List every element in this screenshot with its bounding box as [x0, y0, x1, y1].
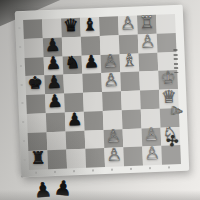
square-f2[interactable] [139, 52, 159, 71]
square-e2[interactable] [139, 71, 159, 90]
square-a3[interactable] [123, 147, 143, 166]
black-q-piece-h6[interactable]: ♛ [63, 17, 79, 35]
square-c5[interactable] [84, 111, 104, 130]
white-p-piece-b2[interactable]: ♙ [143, 126, 159, 144]
board-logo-icon: ✣ [165, 132, 179, 151]
square-h6[interactable]: ♛ [61, 18, 81, 37]
white-p-piece-b4[interactable]: ♙ [105, 128, 121, 146]
square-c3[interactable] [122, 109, 142, 128]
black-p-piece-e7[interactable]: ♟ [46, 74, 62, 92]
square-e5[interactable] [82, 73, 102, 92]
square-d8[interactable] [26, 94, 46, 113]
square-c7[interactable] [46, 112, 66, 131]
table-edge-shadow [0, 190, 200, 200]
square-h1[interactable] [156, 14, 176, 33]
square-h5[interactable]: ♝ [80, 17, 100, 36]
black-p-piece-f5[interactable]: ♟ [83, 53, 99, 71]
square-d5[interactable] [83, 92, 103, 111]
photo-scene: ♛♝♙♖♟♙♟♞♟♙♗♚♟♙♔♟♕♟♙♙♘♜♙♙ ✣ ♟ ♟ ♙ [0, 0, 200, 200]
square-d4[interactable] [102, 91, 122, 110]
square-a6[interactable] [66, 149, 86, 168]
chess-board: ♛♝♙♖♟♙♟♞♟♙♗♚♟♙♔♟♕♟♙♙♘♜♙♙ ✣ [15, 5, 190, 178]
square-h8[interactable] [23, 19, 43, 38]
square-h4[interactable] [99, 16, 119, 35]
square-a4[interactable]: ♙ [104, 147, 124, 166]
square-a7[interactable] [47, 150, 67, 169]
fallen-white-piece[interactable]: ♙ [169, 104, 186, 118]
black-r-piece-a8[interactable]: ♜ [30, 149, 46, 167]
square-e6[interactable] [63, 74, 83, 93]
square-b7[interactable] [47, 131, 67, 150]
square-b5[interactable] [85, 129, 105, 148]
white-p-piece-g2[interactable]: ♙ [140, 32, 156, 50]
black-p-piece-f7[interactable]: ♟ [45, 55, 61, 73]
black-p-piece-g7[interactable]: ♟ [45, 36, 61, 54]
square-d2[interactable] [140, 90, 160, 109]
black-p-piece-c6[interactable]: ♟ [67, 110, 83, 128]
white-p-piece-a4[interactable]: ♙ [106, 146, 122, 164]
white-p-piece-f4[interactable]: ♙ [102, 53, 118, 71]
square-d3[interactable] [121, 90, 141, 109]
square-d7[interactable]: ♟ [45, 94, 65, 113]
square-e4[interactable]: ♙ [101, 73, 121, 92]
white-b-piece-f3[interactable]: ♗ [121, 52, 137, 70]
white-p-piece-a2[interactable]: ♙ [144, 145, 160, 163]
black-p-piece-d7[interactable]: ♟ [47, 92, 63, 110]
black-k-piece-e8[interactable]: ♚ [27, 75, 43, 93]
black-n-piece-f6[interactable]: ♞ [64, 54, 80, 72]
square-a2[interactable]: ♙ [142, 146, 162, 165]
white-r-piece-h2[interactable]: ♖ [139, 14, 155, 32]
square-b3[interactable] [123, 128, 143, 147]
square-a5[interactable] [85, 148, 105, 167]
square-g2[interactable]: ♙ [138, 34, 158, 53]
black-b-piece-h5[interactable]: ♝ [82, 16, 98, 34]
white-q-piece-d1[interactable]: ♕ [161, 88, 177, 106]
board-grid: ♛♝♙♖♟♙♟♞♟♙♗♚♟♙♔♟♕♟♙♙♘♜♙♙ [23, 14, 181, 170]
square-f6[interactable]: ♞ [63, 55, 83, 74]
brand-text-illegible [173, 49, 178, 73]
square-b6[interactable] [66, 130, 86, 149]
square-g8[interactable] [24, 38, 44, 57]
white-p-piece-h3[interactable]: ♙ [120, 14, 136, 32]
square-e3[interactable] [120, 72, 140, 91]
square-c8[interactable] [27, 113, 47, 132]
square-c6[interactable]: ♟ [65, 111, 85, 130]
square-e8[interactable]: ♚ [25, 76, 45, 95]
square-h3[interactable]: ♙ [118, 16, 138, 35]
white-p-piece-e4[interactable]: ♙ [103, 71, 119, 89]
square-f3[interactable]: ♗ [120, 53, 140, 72]
square-f5[interactable]: ♟ [82, 55, 102, 74]
square-a8[interactable]: ♜ [28, 150, 48, 169]
